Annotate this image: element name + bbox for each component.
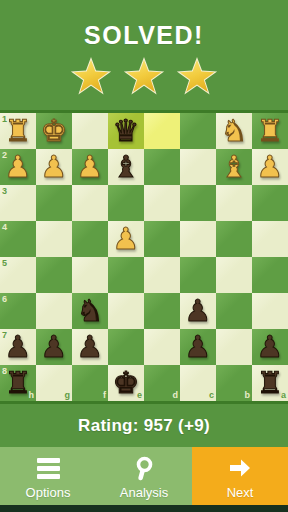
search-icon (131, 455, 157, 481)
square-d5[interactable] (144, 257, 180, 293)
square-c5[interactable] (180, 257, 216, 293)
square-h8[interactable]: 8h♜ (0, 365, 36, 401)
square-d1[interactable] (144, 113, 180, 149)
square-g3[interactable] (36, 185, 72, 221)
square-f7[interactable]: ♟ (72, 329, 108, 365)
square-e5[interactable] (108, 257, 144, 293)
menu-icon (37, 455, 60, 481)
square-e1[interactable]: ♛ (108, 113, 144, 149)
square-c3[interactable] (180, 185, 216, 221)
puzzle-solved-screen: SOLVED! 1♜♚♛♞♜2♟♟♟♝♝♟34♟56♞♟7♟♟♟♟♟8h♜gfe… (0, 0, 288, 512)
square-c4[interactable] (180, 221, 216, 257)
piece-black-pawn: ♟ (77, 329, 104, 365)
square-b1[interactable]: ♞ (216, 113, 252, 149)
square-b4[interactable] (216, 221, 252, 257)
file-label-b: b (245, 391, 251, 400)
square-a7[interactable]: ♟ (252, 329, 288, 365)
analysis-label: Analysis (120, 485, 168, 500)
square-d7[interactable] (144, 329, 180, 365)
square-d6[interactable] (144, 293, 180, 329)
piece-black-rook: ♜ (5, 365, 32, 401)
square-a8[interactable]: a♜ (252, 365, 288, 401)
square-f5[interactable] (72, 257, 108, 293)
square-h2[interactable]: 2♟ (0, 149, 36, 185)
square-g6[interactable] (36, 293, 72, 329)
square-f4[interactable] (72, 221, 108, 257)
square-e8[interactable]: e♚ (108, 365, 144, 401)
square-e2[interactable]: ♝ (108, 149, 144, 185)
square-f1[interactable] (72, 113, 108, 149)
square-d2[interactable] (144, 149, 180, 185)
square-b6[interactable] (216, 293, 252, 329)
square-a2[interactable]: ♟ (252, 149, 288, 185)
square-e4[interactable]: ♟ (108, 221, 144, 257)
square-g2[interactable]: ♟ (36, 149, 72, 185)
piece-white-pawn: ♟ (77, 149, 104, 185)
piece-black-bishop: ♝ (113, 149, 140, 185)
square-a1[interactable]: ♜ (252, 113, 288, 149)
piece-white-rook: ♜ (5, 113, 32, 149)
square-a5[interactable] (252, 257, 288, 293)
square-b7[interactable] (216, 329, 252, 365)
bottom-toolbar: Options Analysis Next (0, 447, 288, 505)
square-h1[interactable]: 1♜ (0, 113, 36, 149)
square-f3[interactable] (72, 185, 108, 221)
file-label-f: f (103, 391, 106, 400)
square-c2[interactable] (180, 149, 216, 185)
next-label: Next (227, 485, 254, 500)
square-b3[interactable] (216, 185, 252, 221)
square-c1[interactable] (180, 113, 216, 149)
square-f8[interactable]: f (72, 365, 108, 401)
piece-black-knight: ♞ (77, 293, 104, 329)
square-h4[interactable]: 4 (0, 221, 36, 257)
square-b2[interactable]: ♝ (216, 149, 252, 185)
star-icon (70, 57, 112, 97)
rating-bar: Rating: 957 (+9) (0, 404, 288, 447)
chess-board: 1♜♚♛♞♜2♟♟♟♝♝♟34♟56♞♟7♟♟♟♟♟8h♜gfe♚dcba♜ (0, 113, 288, 401)
bottom-strip (0, 505, 288, 512)
square-c8[interactable]: c (180, 365, 216, 401)
star-icon (176, 57, 218, 97)
piece-black-pawn: ♟ (41, 329, 68, 365)
square-d3[interactable] (144, 185, 180, 221)
piece-white-pawn: ♟ (5, 149, 32, 185)
square-d8[interactable]: d (144, 365, 180, 401)
rank-label-4: 4 (2, 223, 7, 232)
square-e6[interactable] (108, 293, 144, 329)
square-h5[interactable]: 5 (0, 257, 36, 293)
square-g5[interactable] (36, 257, 72, 293)
square-a4[interactable] (252, 221, 288, 257)
arrow-right-icon (227, 455, 253, 481)
square-c6[interactable]: ♟ (180, 293, 216, 329)
board-frame: 1♜♚♛♞♜2♟♟♟♝♝♟34♟56♞♟7♟♟♟♟♟8h♜gfe♚dcba♜ (0, 110, 288, 404)
square-g4[interactable] (36, 221, 72, 257)
square-h6[interactable]: 6 (0, 293, 36, 329)
rank-label-3: 3 (2, 187, 7, 196)
square-a6[interactable] (252, 293, 288, 329)
piece-white-king: ♚ (41, 113, 68, 149)
piece-black-rook: ♜ (257, 365, 284, 401)
file-label-g: g (65, 391, 71, 400)
square-g8[interactable]: g (36, 365, 72, 401)
piece-white-rook: ♜ (257, 113, 284, 149)
piece-black-pawn: ♟ (257, 329, 284, 365)
stars-row (70, 57, 218, 97)
piece-black-pawn: ♟ (185, 293, 212, 329)
rank-label-5: 5 (2, 259, 7, 268)
square-f2[interactable]: ♟ (72, 149, 108, 185)
square-f6[interactable]: ♞ (72, 293, 108, 329)
square-h7[interactable]: 7♟ (0, 329, 36, 365)
piece-white-pawn: ♟ (113, 221, 140, 257)
square-c7[interactable]: ♟ (180, 329, 216, 365)
star-icon (123, 57, 165, 97)
square-a3[interactable] (252, 185, 288, 221)
file-label-d: d (173, 391, 179, 400)
analysis-button[interactable]: Analysis (96, 447, 192, 505)
options-button[interactable]: Options (0, 447, 96, 505)
square-h3[interactable]: 3 (0, 185, 36, 221)
square-b8[interactable]: b (216, 365, 252, 401)
piece-white-pawn: ♟ (257, 149, 284, 185)
piece-white-knight: ♞ (221, 113, 248, 149)
solved-title: SOLVED! (84, 21, 204, 50)
options-label: Options (26, 485, 71, 500)
piece-black-king: ♚ (113, 365, 140, 401)
square-g7[interactable]: ♟ (36, 329, 72, 365)
square-e3[interactable] (108, 185, 144, 221)
header: SOLVED! (0, 0, 288, 110)
square-e7[interactable] (108, 329, 144, 365)
rating-text: Rating: 957 (+9) (78, 416, 210, 436)
square-b5[interactable] (216, 257, 252, 293)
rank-label-6: 6 (2, 295, 7, 304)
piece-white-bishop: ♝ (221, 149, 248, 185)
piece-black-queen: ♛ (113, 113, 140, 149)
next-button[interactable]: Next (192, 447, 288, 505)
square-d4[interactable] (144, 221, 180, 257)
piece-black-pawn: ♟ (5, 329, 32, 365)
square-g1[interactable]: ♚ (36, 113, 72, 149)
piece-white-pawn: ♟ (41, 149, 68, 185)
piece-black-pawn: ♟ (185, 329, 212, 365)
file-label-c: c (209, 391, 214, 400)
